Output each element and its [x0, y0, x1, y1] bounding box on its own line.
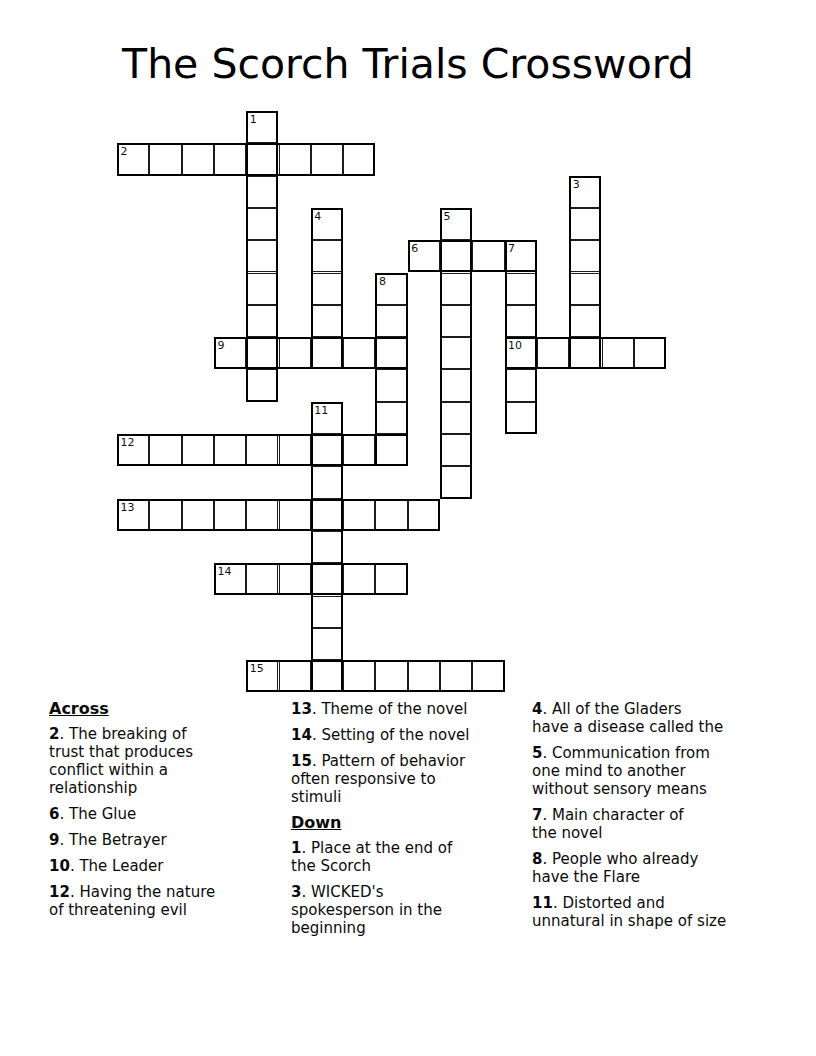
clue-3: 3. WICKED's spokesperson in the beginnin…: [291, 883, 516, 937]
cell-r7c8[interactable]: [375, 337, 407, 369]
cell-r1c6[interactable]: [311, 143, 343, 175]
clue-1: 1. Place at the end of the Scorch: [291, 839, 516, 875]
cell-r1c3[interactable]: [214, 143, 246, 175]
clue-text-7: . Main character of the novel: [532, 806, 684, 842]
cell-r6c4[interactable]: [246, 305, 278, 337]
cell-r6c6[interactable]: [311, 305, 343, 337]
clue-number-1: 1: [291, 839, 301, 857]
cell-r17c6[interactable]: [311, 660, 343, 692]
cell-r17c5[interactable]: [279, 660, 311, 692]
cell-r10c6[interactable]: [311, 434, 343, 466]
cell-r14c8[interactable]: [375, 563, 407, 595]
clue-number-15: 15: [291, 752, 312, 770]
clue-number-6: 6: [49, 805, 59, 823]
cell-r7c10[interactable]: [440, 337, 472, 369]
clue-text-14: . Setting of the novel: [312, 726, 470, 744]
crossword-board: 269101213141513457811: [117, 111, 666, 692]
cell-r5c14[interactable]: [569, 273, 601, 305]
cell-r11c6[interactable]: [311, 466, 343, 498]
cell-r0c4[interactable]: [246, 111, 278, 143]
cell-r17c7[interactable]: [343, 660, 375, 692]
clue-text-11: . Distorted and unnatural in shape of si…: [532, 894, 726, 930]
cell-r8c8[interactable]: [375, 369, 407, 401]
clue-text-9: . The Betrayer: [59, 831, 166, 849]
clue-number-9: 9: [49, 831, 59, 849]
cell-r7c12[interactable]: [505, 337, 537, 369]
cell-r3c14[interactable]: [569, 208, 601, 240]
crossword-page: The Scorch Trials Crossword 269101213141…: [0, 0, 816, 1056]
cell-r1c4[interactable]: [246, 143, 278, 175]
clue-4: 4. All of the Gladers have a disease cal…: [532, 700, 772, 736]
cell-r12c5[interactable]: [279, 499, 311, 531]
cell-r6c14[interactable]: [569, 305, 601, 337]
cell-r12c4[interactable]: [246, 499, 278, 531]
cell-r6c8[interactable]: [375, 305, 407, 337]
cell-r12c9[interactable]: [408, 499, 440, 531]
cell-r5c6[interactable]: [311, 273, 343, 305]
cell-r12c0[interactable]: [117, 499, 149, 531]
clue-11: 11. Distorted and unnatural in shape of …: [532, 894, 772, 930]
cell-r1c2[interactable]: [182, 143, 214, 175]
cell-r17c9[interactable]: [408, 660, 440, 692]
cell-r1c7[interactable]: [343, 143, 375, 175]
clues-column-3: 4. All of the Gladers have a disease cal…: [532, 700, 772, 938]
cell-r10c2[interactable]: [182, 434, 214, 466]
cell-r1c0[interactable]: [117, 143, 149, 175]
cell-r7c15[interactable]: [602, 337, 634, 369]
cell-r10c10[interactable]: [440, 434, 472, 466]
cell-r9c10[interactable]: [440, 402, 472, 434]
cell-r5c8[interactable]: [375, 273, 407, 305]
clue-6: 6. The Glue: [49, 805, 274, 823]
cell-r7c13[interactable]: [537, 337, 569, 369]
cell-r7c7[interactable]: [343, 337, 375, 369]
cell-r10c3[interactable]: [214, 434, 246, 466]
clue-number-11: 11: [532, 894, 553, 912]
clue-12: 12. Having the nature of threatening evi…: [49, 883, 274, 919]
cell-r12c8[interactable]: [375, 499, 407, 531]
clue-15: 15. Pattern of behavior often responsive…: [291, 752, 516, 806]
cell-r7c14[interactable]: [569, 337, 601, 369]
cell-r2c4[interactable]: [246, 176, 278, 208]
cell-r17c8[interactable]: [375, 660, 407, 692]
clue-13: 13. Theme of the novel: [291, 700, 516, 718]
cell-r16c6[interactable]: [311, 628, 343, 660]
heading-down: Down: [291, 814, 516, 832]
clue-text-10: . The Leader: [70, 857, 164, 875]
cell-r10c1[interactable]: [149, 434, 181, 466]
clues-column-1: Across2. The breaking of trust that prod…: [49, 700, 274, 927]
cell-r14c5[interactable]: [279, 563, 311, 595]
cell-r8c4[interactable]: [246, 369, 278, 401]
cell-r4c14[interactable]: [569, 240, 601, 272]
cell-r4c12[interactable]: [505, 240, 537, 272]
clue-14: 14. Setting of the novel: [291, 726, 516, 744]
cell-r14c4[interactable]: [246, 563, 278, 595]
clue-number-2: 2: [49, 725, 59, 743]
clue-7: 7. Main character of the novel: [532, 806, 772, 842]
clue-text-4: . All of the Gladers have a disease call…: [532, 700, 723, 736]
clue-text-2: . The breaking of trust that produces co…: [49, 725, 193, 797]
clue-number-10: 10: [49, 857, 70, 875]
cell-r10c5[interactable]: [279, 434, 311, 466]
cell-r4c11[interactable]: [472, 240, 504, 272]
clue-text-15: . Pattern of behavior often responsive t…: [291, 752, 465, 806]
cell-r17c11[interactable]: [472, 660, 504, 692]
cell-r3c4[interactable]: [246, 208, 278, 240]
clue-number-7: 7: [532, 806, 542, 824]
cell-r7c4[interactable]: [246, 337, 278, 369]
clue-text-8: . People who already have the Flare: [532, 850, 698, 886]
cell-r7c16[interactable]: [634, 337, 666, 369]
cell-r14c6[interactable]: [311, 563, 343, 595]
clue-text-1: . Place at the end of the Scorch: [291, 839, 452, 875]
clue-number-3: 3: [291, 883, 301, 901]
cell-r6c12[interactable]: [505, 305, 537, 337]
cell-r9c6[interactable]: [311, 402, 343, 434]
clue-9: 9. The Betrayer: [49, 831, 274, 849]
cell-r8c10[interactable]: [440, 369, 472, 401]
cell-r12c1[interactable]: [149, 499, 181, 531]
cell-r12c7[interactable]: [343, 499, 375, 531]
cell-r10c4[interactable]: [246, 434, 278, 466]
clue-10: 10. The Leader: [49, 857, 274, 875]
cell-r1c1[interactable]: [149, 143, 181, 175]
cell-r5c10[interactable]: [440, 273, 472, 305]
cell-r3c10[interactable]: [440, 208, 472, 240]
clue-text-5: . Communication from one mind to another…: [532, 744, 710, 798]
clue-number-13: 13: [291, 700, 312, 718]
cell-r7c3[interactable]: [214, 337, 246, 369]
clue-number-4: 4: [532, 700, 542, 718]
clue-text-13: . Theme of the novel: [312, 700, 468, 718]
cell-r13c6[interactable]: [311, 531, 343, 563]
cell-r10c8[interactable]: [375, 434, 407, 466]
cell-r15c6[interactable]: [311, 596, 343, 628]
cell-r9c12[interactable]: [505, 402, 537, 434]
clue-number-14: 14: [291, 726, 312, 744]
clue-number-12: 12: [49, 883, 70, 901]
clue-text-12: . Having the nature of threatening evil: [49, 883, 215, 919]
clue-number-8: 8: [532, 850, 542, 868]
page-title: The Scorch Trials Crossword: [0, 40, 816, 88]
cell-r12c6[interactable]: [311, 499, 343, 531]
cell-r8c12[interactable]: [505, 369, 537, 401]
heading-across: Across: [49, 700, 274, 718]
cell-r1c5[interactable]: [279, 143, 311, 175]
cell-r9c8[interactable]: [375, 402, 407, 434]
cell-r7c5[interactable]: [279, 337, 311, 369]
clues-column-2: 13. Theme of the novel14. Setting of the…: [291, 700, 516, 945]
cell-r12c2[interactable]: [182, 499, 214, 531]
clue-text-3: . WICKED's spokesperson in the beginning: [291, 883, 442, 937]
cell-r7c6[interactable]: [311, 337, 343, 369]
cell-r10c0[interactable]: [117, 434, 149, 466]
cell-r14c7[interactable]: [343, 563, 375, 595]
cell-r12c3[interactable]: [214, 499, 246, 531]
cell-r4c4[interactable]: [246, 240, 278, 272]
cell-r6c10[interactable]: [440, 305, 472, 337]
cell-r5c4[interactable]: [246, 273, 278, 305]
cell-r11c10[interactable]: [440, 466, 472, 498]
cell-r14c3[interactable]: [214, 563, 246, 595]
clue-text-6: . The Glue: [59, 805, 136, 823]
cell-r3c6[interactable]: [311, 208, 343, 240]
clue-2: 2. The breaking of trust that produces c…: [49, 725, 274, 797]
cell-r5c12[interactable]: [505, 273, 537, 305]
cell-r10c7[interactable]: [343, 434, 375, 466]
cell-r4c6[interactable]: [311, 240, 343, 272]
cell-r4c10[interactable]: [440, 240, 472, 272]
cell-r17c4[interactable]: [246, 660, 278, 692]
clue-number-5: 5: [532, 744, 542, 762]
clue-8: 8. People who already have the Flare: [532, 850, 772, 886]
cell-r17c10[interactable]: [440, 660, 472, 692]
clue-5: 5. Communication from one mind to anothe…: [532, 744, 772, 798]
cell-r2c14[interactable]: [569, 176, 601, 208]
cell-r4c9[interactable]: [408, 240, 440, 272]
